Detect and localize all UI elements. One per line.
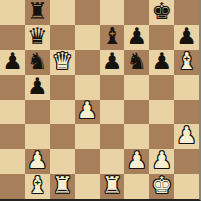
square-c6[interactable]: ♛	[50, 50, 75, 75]
piece-white-rook[interactable]: ♜	[52, 174, 73, 197]
square-d3[interactable]	[75, 124, 100, 149]
square-g4[interactable]	[149, 100, 174, 125]
square-f5[interactable]	[124, 75, 149, 100]
square-g8[interactable]: ♚	[149, 0, 174, 25]
piece-black-knight[interactable]: ♞	[127, 50, 148, 73]
square-h1[interactable]	[174, 174, 199, 199]
square-b4[interactable]	[25, 100, 50, 125]
square-e5[interactable]	[100, 75, 125, 100]
square-e4[interactable]	[100, 100, 125, 125]
square-d1[interactable]	[75, 174, 100, 199]
square-c5[interactable]	[50, 75, 75, 100]
square-g1[interactable]: ♚	[149, 174, 174, 199]
square-f2[interactable]: ♟	[124, 149, 149, 174]
square-a2[interactable]	[0, 149, 25, 174]
square-d2[interactable]	[75, 149, 100, 174]
square-d7[interactable]	[75, 25, 100, 50]
square-g5[interactable]	[149, 75, 174, 100]
square-b8[interactable]: ♜	[25, 0, 50, 25]
piece-white-queen[interactable]: ♛	[52, 50, 73, 73]
square-e2[interactable]	[100, 149, 125, 174]
square-g6[interactable]: ♟	[149, 50, 174, 75]
piece-black-bishop[interactable]: ♝	[102, 25, 123, 48]
square-a6[interactable]: ♟	[0, 50, 25, 75]
piece-black-pawn[interactable]: ♟	[102, 50, 123, 73]
square-f7[interactable]: ♟	[124, 25, 149, 50]
square-g7[interactable]	[149, 25, 174, 50]
square-a5[interactable]	[0, 75, 25, 100]
square-b3[interactable]	[25, 124, 50, 149]
square-c3[interactable]	[50, 124, 75, 149]
square-f3[interactable]	[124, 124, 149, 149]
square-a3[interactable]	[0, 124, 25, 149]
square-e7[interactable]: ♝	[100, 25, 125, 50]
square-b6[interactable]: ♞	[25, 50, 50, 75]
square-c2[interactable]	[50, 149, 75, 174]
square-a7[interactable]	[0, 25, 25, 50]
square-e1[interactable]: ♜	[100, 174, 125, 199]
piece-black-king[interactable]: ♚	[151, 0, 172, 23]
piece-white-pawn[interactable]: ♟	[127, 149, 148, 172]
square-d6[interactable]	[75, 50, 100, 75]
square-c8[interactable]	[50, 0, 75, 25]
square-e6[interactable]: ♟	[100, 50, 125, 75]
square-f4[interactable]	[124, 100, 149, 125]
piece-black-pawn[interactable]: ♟	[127, 25, 148, 48]
square-b5[interactable]: ♟	[25, 75, 50, 100]
square-d8[interactable]	[75, 0, 100, 25]
square-b7[interactable]: ♛	[25, 25, 50, 50]
piece-white-pawn[interactable]: ♟	[176, 124, 197, 147]
square-a4[interactable]	[0, 100, 25, 125]
piece-black-pawn[interactable]: ♟	[176, 25, 197, 48]
square-g3[interactable]	[149, 124, 174, 149]
piece-black-rook[interactable]: ♜	[27, 0, 48, 23]
square-a1[interactable]	[0, 174, 25, 199]
square-c7[interactable]	[50, 25, 75, 50]
chess-board: ♜♚♛♝♟♟♟♞♛♟♞♟♝♟♟♟♟♟♟♝♜♜♚	[0, 0, 199, 199]
square-b1[interactable]: ♝	[25, 174, 50, 199]
chess-board-frame: ♜♚♛♝♟♟♟♞♛♟♞♟♝♟♟♟♟♟♟♝♜♜♚	[0, 0, 201, 201]
square-e3[interactable]	[100, 124, 125, 149]
square-d5[interactable]	[75, 75, 100, 100]
piece-white-king[interactable]: ♚	[151, 174, 172, 197]
piece-white-pawn[interactable]: ♟	[151, 149, 172, 172]
square-c1[interactable]: ♜	[50, 174, 75, 199]
square-h8[interactable]	[174, 0, 199, 25]
square-f6[interactable]: ♞	[124, 50, 149, 75]
piece-black-queen[interactable]: ♛	[27, 25, 48, 48]
piece-white-pawn[interactable]: ♟	[27, 149, 48, 172]
square-f8[interactable]	[124, 0, 149, 25]
square-h5[interactable]	[174, 75, 199, 100]
square-e8[interactable]	[100, 0, 125, 25]
square-a8[interactable]	[0, 0, 25, 25]
square-f1[interactable]	[124, 174, 149, 199]
square-g2[interactable]: ♟	[149, 149, 174, 174]
square-h2[interactable]	[174, 149, 199, 174]
piece-black-pawn[interactable]: ♟	[27, 75, 48, 98]
piece-white-pawn[interactable]: ♟	[77, 100, 98, 123]
square-h4[interactable]	[174, 100, 199, 125]
square-b2[interactable]: ♟	[25, 149, 50, 174]
square-c4[interactable]	[50, 100, 75, 125]
square-h6[interactable]: ♝	[174, 50, 199, 75]
square-d4[interactable]: ♟	[75, 100, 100, 125]
piece-black-pawn[interactable]: ♟	[2, 50, 23, 73]
piece-black-knight[interactable]: ♞	[27, 50, 48, 73]
square-h7[interactable]: ♟	[174, 25, 199, 50]
piece-white-rook[interactable]: ♜	[102, 174, 123, 197]
square-h3[interactable]: ♟	[174, 124, 199, 149]
piece-white-bishop[interactable]: ♝	[176, 50, 197, 73]
piece-black-pawn[interactable]: ♟	[151, 50, 172, 73]
piece-white-bishop[interactable]: ♝	[27, 174, 48, 197]
